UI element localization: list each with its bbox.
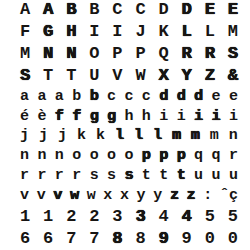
stamp-glyph: c — [124, 89, 133, 104]
stamp-glyph: R — [182, 45, 192, 62]
stamp-glyph: L — [182, 23, 192, 40]
stamp-glyph: j — [39, 128, 48, 143]
stamp-glyph: j — [20, 128, 29, 143]
stamp-glyph: M — [228, 23, 238, 40]
stamp-glyph: f — [72, 109, 81, 124]
stamp-glyph: a — [37, 89, 46, 104]
stamp-glyph: p — [142, 148, 151, 163]
stamp-glyph: n — [55, 148, 64, 163]
stamp-glyph: r — [72, 168, 81, 183]
stamp-glyph: l — [153, 128, 162, 143]
stamp-glyph: d — [194, 89, 203, 104]
stamp-glyph: i — [229, 109, 238, 124]
stamp-glyph: N — [66, 45, 76, 62]
stamp-row: éèffgghhiiiii — [20, 109, 238, 124]
stamp-glyph: 7 — [66, 230, 76, 247]
stamp-glyph: v — [20, 188, 29, 203]
stamp-glyph: a — [20, 89, 29, 104]
stamp-glyph: & — [228, 67, 238, 84]
stamp-glyph: r — [20, 168, 29, 183]
stamp-glyph: t — [177, 168, 186, 183]
stamp-glyph: y — [137, 188, 146, 203]
stamp-glyph: s — [107, 168, 116, 183]
stamp-glyph: n — [229, 128, 238, 143]
stamp-glyph: X — [158, 67, 168, 84]
stamp-glyph: 3 — [135, 208, 145, 225]
stamp-glyph: J — [135, 23, 145, 40]
stamp-glyph: u — [194, 168, 203, 183]
stamp-glyph: h — [142, 109, 151, 124]
stamp-glyph: 4 — [182, 208, 192, 225]
stamp-glyph: P — [112, 45, 122, 62]
stamp-glyph: H — [66, 23, 76, 40]
stamp-glyph: r — [55, 168, 64, 183]
stamp-glyph: G — [43, 23, 53, 40]
stamp-glyph: o — [124, 148, 133, 163]
stamp-glyph: s — [124, 168, 133, 183]
stamp-glyph: Q — [158, 45, 168, 62]
stamp-glyph: k — [77, 128, 86, 143]
stamp-glyph: u — [229, 168, 238, 183]
stamp-glyph: 1 — [43, 208, 53, 225]
stamp-glyph: r — [37, 168, 46, 183]
stamp-glyph: g — [90, 109, 99, 124]
stamp-glyph: w — [87, 188, 96, 203]
stamp-glyph: z — [187, 188, 196, 203]
stamp-sheet: AABBCCDDEEFGHIIJKLLMMNNOPPQRRSSTTUVWXYZ&… — [0, 0, 250, 250]
stamp-glyph: c — [107, 89, 116, 104]
stamp-glyph: m — [191, 128, 200, 143]
stamp-row: nnnoooopppqqr — [20, 148, 238, 163]
stamp-glyph: : — [203, 188, 212, 203]
stamp-glyph: 8 — [112, 230, 122, 247]
stamp-glyph: 0 — [205, 230, 215, 247]
stamp-glyph: C — [112, 1, 122, 18]
stamp-glyph: N — [43, 45, 53, 62]
stamp-glyph: p — [159, 148, 168, 163]
stamp-glyph: I — [89, 23, 99, 40]
stamp-glyph: S — [20, 67, 30, 84]
stamp-glyph: v — [37, 188, 46, 203]
stamp-glyph: b — [90, 89, 99, 104]
stamp-glyph: 3 — [112, 208, 122, 225]
stamp-glyph: d — [159, 89, 168, 104]
stamp-glyph: h — [124, 109, 133, 124]
stamp-glyph: L — [205, 23, 215, 40]
stamp-glyph: O — [89, 45, 99, 62]
stamp-glyph: d — [177, 89, 186, 104]
stamp-glyph: u — [211, 168, 220, 183]
stamp-row: STTUVWXYZ& — [20, 67, 238, 84]
stamp-glyph: k — [96, 128, 105, 143]
stamp-glyph: 4 — [158, 208, 168, 225]
stamp-glyph: 5 — [205, 208, 215, 225]
stamp-glyph: D — [182, 1, 192, 18]
stamp-glyph: M — [20, 45, 30, 62]
stamp-glyph: o — [90, 148, 99, 163]
stamp-glyph: R — [205, 45, 215, 62]
stamp-glyph: Z — [205, 67, 215, 84]
stamp-glyph: q — [194, 148, 203, 163]
stamp-glyph: i — [159, 109, 168, 124]
stamp-glyph: c — [142, 89, 151, 104]
stamp-glyph: i — [194, 109, 203, 124]
stamp-glyph: t — [159, 168, 168, 183]
stamp-glyph: ˆç — [220, 188, 238, 203]
stamp-row: 1122334455 — [20, 208, 238, 225]
stamp-glyph: 0 — [228, 230, 238, 247]
stamp-glyph: 5 — [228, 208, 238, 225]
stamp-glyph: e — [211, 89, 220, 104]
stamp-glyph: o — [72, 148, 81, 163]
stamp-glyph: D — [158, 1, 168, 18]
stamp-glyph: t — [142, 168, 151, 183]
stamp-row: vvvwwxxyyzz:ˆç — [20, 188, 238, 203]
stamp-glyph: A — [43, 1, 53, 18]
stamp-glyph: 2 — [89, 208, 99, 225]
stamp-glyph: g — [107, 109, 116, 124]
stamp-glyph: é — [20, 109, 29, 124]
stamp-row: AABBCCDDEE — [20, 1, 238, 18]
stamp-glyph: i — [211, 109, 220, 124]
stamp-glyph: C — [135, 1, 145, 18]
stamp-glyph: V — [112, 67, 122, 84]
stamp-glyph: T — [43, 67, 53, 84]
stamp-glyph: 2 — [66, 208, 76, 225]
stamp-glyph: e — [229, 89, 238, 104]
stamp-glyph: B — [89, 1, 99, 18]
stamp-glyph: n — [20, 148, 29, 163]
stamp-glyph: W — [135, 67, 145, 84]
stamp-glyph: l — [134, 128, 143, 143]
stamp-glyph: 7 — [89, 230, 99, 247]
stamp-glyph: i — [177, 109, 186, 124]
stamp-glyph: P — [135, 45, 145, 62]
stamp-glyph: y — [153, 188, 162, 203]
stamp-glyph: E — [228, 1, 238, 18]
stamp-glyph: n — [37, 148, 46, 163]
stamp-row: FGHIIJKLLM — [20, 23, 238, 40]
stamp-row: 6677889900 — [20, 230, 238, 247]
stamp-row: MNNOPPQRRS — [20, 45, 238, 62]
stamp-glyph: A — [20, 1, 30, 18]
stamp-glyph: m — [210, 128, 219, 143]
stamp-glyph: a — [55, 89, 64, 104]
stamp-glyph: K — [158, 23, 168, 40]
stamp-row: rrrrssstttuuu — [20, 168, 238, 183]
stamp-glyph: w — [70, 188, 79, 203]
stamp-glyph: f — [55, 109, 64, 124]
stamp-glyph: m — [172, 128, 181, 143]
stamp-glyph: 9 — [158, 230, 168, 247]
stamp-glyph: s — [90, 168, 99, 183]
stamp-glyph: p — [177, 148, 186, 163]
stamp-glyph: Y — [182, 67, 192, 84]
stamp-glyph: 9 — [182, 230, 192, 247]
stamp-glyph: 6 — [43, 230, 53, 247]
stamp-glyph: I — [112, 23, 122, 40]
stamp-glyph: F — [20, 23, 30, 40]
stamp-glyph: v — [53, 188, 62, 203]
stamp-glyph: 6 — [20, 230, 30, 247]
stamp-glyph: 1 — [20, 208, 30, 225]
stamp-glyph: b — [72, 89, 81, 104]
stamp-row: aaabbcccdddee — [20, 89, 238, 104]
stamp-glyph: l — [115, 128, 124, 143]
stamp-glyph: x — [120, 188, 129, 203]
stamp-glyph: q — [211, 148, 220, 163]
stamp-glyph: E — [205, 1, 215, 18]
stamp-glyph: j — [58, 128, 67, 143]
stamp-glyph: B — [66, 1, 76, 18]
stamp-glyph: T — [66, 67, 76, 84]
stamp-glyph: U — [89, 67, 99, 84]
stamp-glyph: z — [170, 188, 179, 203]
stamp-glyph: è — [37, 109, 46, 124]
stamp-glyph: 8 — [135, 230, 145, 247]
stamp-glyph: o — [107, 148, 116, 163]
stamp-glyph: S — [228, 45, 238, 62]
stamp-glyph: r — [229, 148, 238, 163]
stamp-row: jjjkklllmmmn — [20, 128, 238, 143]
stamp-glyph: x — [103, 188, 112, 203]
